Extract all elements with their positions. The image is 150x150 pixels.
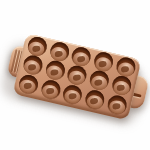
cavity-r3c2 <box>39 78 62 101</box>
cavity-r1c2 <box>48 40 71 63</box>
cavity-r3c5 <box>106 93 129 116</box>
cavity-r2c5 <box>110 75 133 98</box>
cavity-r2c3 <box>66 64 89 87</box>
cavity-r2c2 <box>44 59 67 82</box>
photo-canvas <box>0 0 150 150</box>
cavity-r3c3 <box>61 83 84 106</box>
cavity-grid <box>15 35 139 117</box>
cavity-r2c4 <box>88 70 111 93</box>
cavity-r3c4 <box>84 88 107 111</box>
cavity-r1c1 <box>26 35 49 58</box>
cavity-r1c5 <box>115 56 138 79</box>
mold-body <box>13 33 142 120</box>
cavity-r3c1 <box>17 73 40 96</box>
cavity-r2c1 <box>21 54 44 77</box>
